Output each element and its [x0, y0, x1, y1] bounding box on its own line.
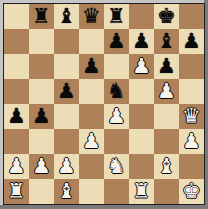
square-c7[interactable]: [54, 29, 79, 54]
square-f8[interactable]: [129, 4, 154, 29]
square-h6[interactable]: [179, 54, 204, 79]
square-h7[interactable]: ♟: [179, 29, 204, 54]
square-e7[interactable]: ♟: [104, 29, 129, 54]
square-g6[interactable]: ♟: [154, 54, 179, 79]
square-h5[interactable]: [179, 79, 204, 104]
piece-black-queen[interactable]: ♛: [82, 4, 101, 29]
piece-white-pawn[interactable]: ♟: [107, 104, 126, 129]
square-g5[interactable]: ♟: [154, 79, 179, 104]
square-f3[interactable]: [129, 129, 154, 154]
square-c6[interactable]: [54, 54, 79, 79]
piece-black-king[interactable]: ♚: [157, 4, 176, 29]
square-f6[interactable]: ♟: [129, 54, 154, 79]
square-e8[interactable]: ♜: [104, 4, 129, 29]
piece-white-pawn[interactable]: ♟: [132, 54, 151, 79]
square-f1[interactable]: ♜: [129, 179, 154, 204]
square-c3[interactable]: [54, 129, 79, 154]
square-c4[interactable]: [54, 104, 79, 129]
piece-black-pawn[interactable]: ♟: [182, 29, 201, 54]
square-g3[interactable]: [154, 129, 179, 154]
piece-white-pawn[interactable]: ♟: [7, 154, 26, 179]
piece-white-pawn[interactable]: ♟: [82, 129, 101, 154]
square-h4[interactable]: ♛: [179, 104, 204, 129]
piece-white-pawn[interactable]: ♟: [157, 79, 176, 104]
square-a8[interactable]: [4, 4, 29, 29]
square-a5[interactable]: [4, 79, 29, 104]
piece-black-pawn[interactable]: ♟: [32, 104, 51, 129]
piece-black-pawn[interactable]: ♟: [157, 54, 176, 79]
square-a2[interactable]: ♟: [4, 154, 29, 179]
square-h2[interactable]: [179, 154, 204, 179]
piece-white-knight[interactable]: ♞: [107, 154, 126, 179]
square-d2[interactable]: [79, 154, 104, 179]
square-g7[interactable]: ♝: [154, 29, 179, 54]
square-a4[interactable]: ♟: [4, 104, 29, 129]
chess-board: ♜♝♛♜♚♟♟♝♟♟♟♟♟♞♟♟♟♟♛♟♟♟♟♟♞♝♜♝♜♚: [3, 3, 205, 205]
piece-black-bishop[interactable]: ♝: [157, 29, 176, 54]
square-b2[interactable]: ♟: [29, 154, 54, 179]
piece-black-pawn[interactable]: ♟: [107, 29, 126, 54]
square-b7[interactable]: [29, 29, 54, 54]
square-b1[interactable]: [29, 179, 54, 204]
square-b5[interactable]: [29, 79, 54, 104]
piece-black-pawn[interactable]: ♟: [132, 29, 151, 54]
square-b8[interactable]: ♜: [29, 4, 54, 29]
square-e4[interactable]: ♟: [104, 104, 129, 129]
square-g8[interactable]: ♚: [154, 4, 179, 29]
square-d3[interactable]: ♟: [79, 129, 104, 154]
piece-black-rook[interactable]: ♜: [107, 4, 126, 29]
square-c1[interactable]: ♝: [54, 179, 79, 204]
piece-black-pawn[interactable]: ♟: [82, 54, 101, 79]
square-b6[interactable]: [29, 54, 54, 79]
square-f4[interactable]: [129, 104, 154, 129]
square-d4[interactable]: [79, 104, 104, 129]
square-h8[interactable]: [179, 4, 204, 29]
square-c2[interactable]: ♟: [54, 154, 79, 179]
square-h1[interactable]: ♚: [179, 179, 204, 204]
square-e1[interactable]: [104, 179, 129, 204]
square-g2[interactable]: ♝: [154, 154, 179, 179]
square-a6[interactable]: [4, 54, 29, 79]
square-e6[interactable]: [104, 54, 129, 79]
square-f2[interactable]: [129, 154, 154, 179]
square-d5[interactable]: [79, 79, 104, 104]
square-g1[interactable]: [154, 179, 179, 204]
square-b4[interactable]: ♟: [29, 104, 54, 129]
piece-white-rook[interactable]: ♜: [7, 179, 26, 204]
board-frame: ♜♝♛♜♚♟♟♝♟♟♟♟♟♞♟♟♟♟♛♟♟♟♟♟♞♝♜♝♜♚: [0, 0, 208, 209]
square-e5[interactable]: ♞: [104, 79, 129, 104]
square-h3[interactable]: ♟: [179, 129, 204, 154]
piece-white-bishop[interactable]: ♝: [157, 154, 176, 179]
square-a1[interactable]: ♜: [4, 179, 29, 204]
piece-black-pawn[interactable]: ♟: [57, 79, 76, 104]
square-e2[interactable]: ♞: [104, 154, 129, 179]
piece-black-knight[interactable]: ♞: [107, 79, 126, 104]
square-d7[interactable]: [79, 29, 104, 54]
piece-white-pawn[interactable]: ♟: [182, 129, 201, 154]
square-f5[interactable]: [129, 79, 154, 104]
square-f7[interactable]: ♟: [129, 29, 154, 54]
piece-white-king[interactable]: ♚: [182, 179, 201, 204]
square-b3[interactable]: [29, 129, 54, 154]
square-a3[interactable]: [4, 129, 29, 154]
square-c5[interactable]: ♟: [54, 79, 79, 104]
square-a7[interactable]: [4, 29, 29, 54]
piece-black-pawn[interactable]: ♟: [7, 104, 26, 129]
square-d1[interactable]: [79, 179, 104, 204]
piece-white-pawn[interactable]: ♟: [32, 154, 51, 179]
square-c8[interactable]: ♝: [54, 4, 79, 29]
piece-white-pawn[interactable]: ♟: [57, 154, 76, 179]
piece-black-rook[interactable]: ♜: [32, 4, 51, 29]
piece-black-bishop[interactable]: ♝: [57, 4, 76, 29]
piece-white-rook[interactable]: ♜: [132, 179, 151, 204]
piece-white-queen[interactable]: ♛: [182, 104, 201, 129]
square-d6[interactable]: ♟: [79, 54, 104, 79]
square-g4[interactable]: [154, 104, 179, 129]
square-d8[interactable]: ♛: [79, 4, 104, 29]
piece-white-bishop[interactable]: ♝: [57, 179, 76, 204]
square-e3[interactable]: [104, 129, 129, 154]
